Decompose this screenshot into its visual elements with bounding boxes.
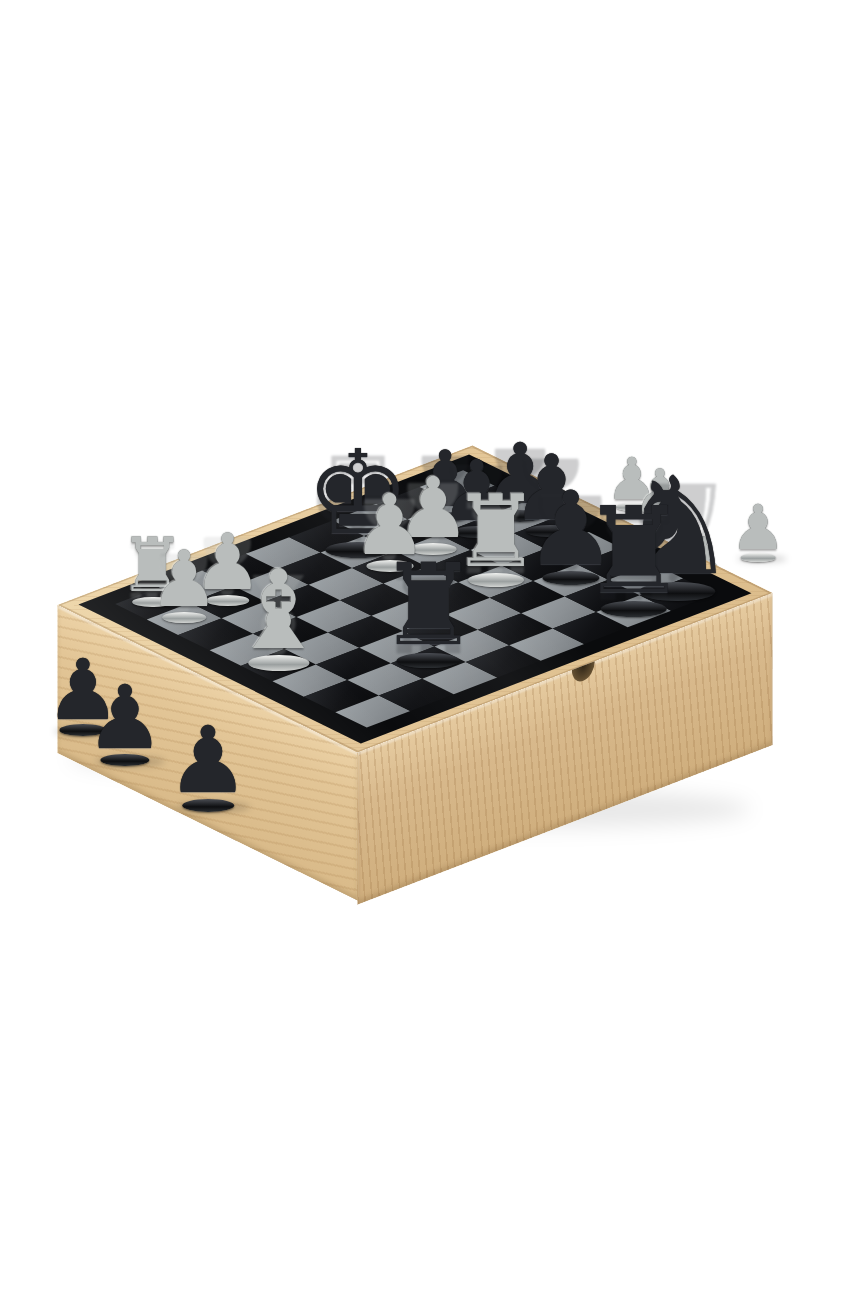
bishop-glyph: ♝ (229, 556, 327, 665)
pawn-glyph: ♟ (730, 497, 786, 559)
chess-set-photo: ♜♜♟♟♟♟♚♚♟♟♟♟♟♟♟♟♟♟♟♟♝♝♜♜♟♟♜♜♜♜♞♞♟♟♟♟♟♟♟ (0, 0, 855, 1290)
pawn-glyph: ♟ (149, 541, 219, 619)
rook-glyph: ♜ (580, 492, 687, 611)
pawn-glyph: ♟ (167, 715, 249, 807)
rook-glyph: ♜ (378, 550, 479, 663)
pawn-glyph: ♟ (86, 674, 165, 762)
